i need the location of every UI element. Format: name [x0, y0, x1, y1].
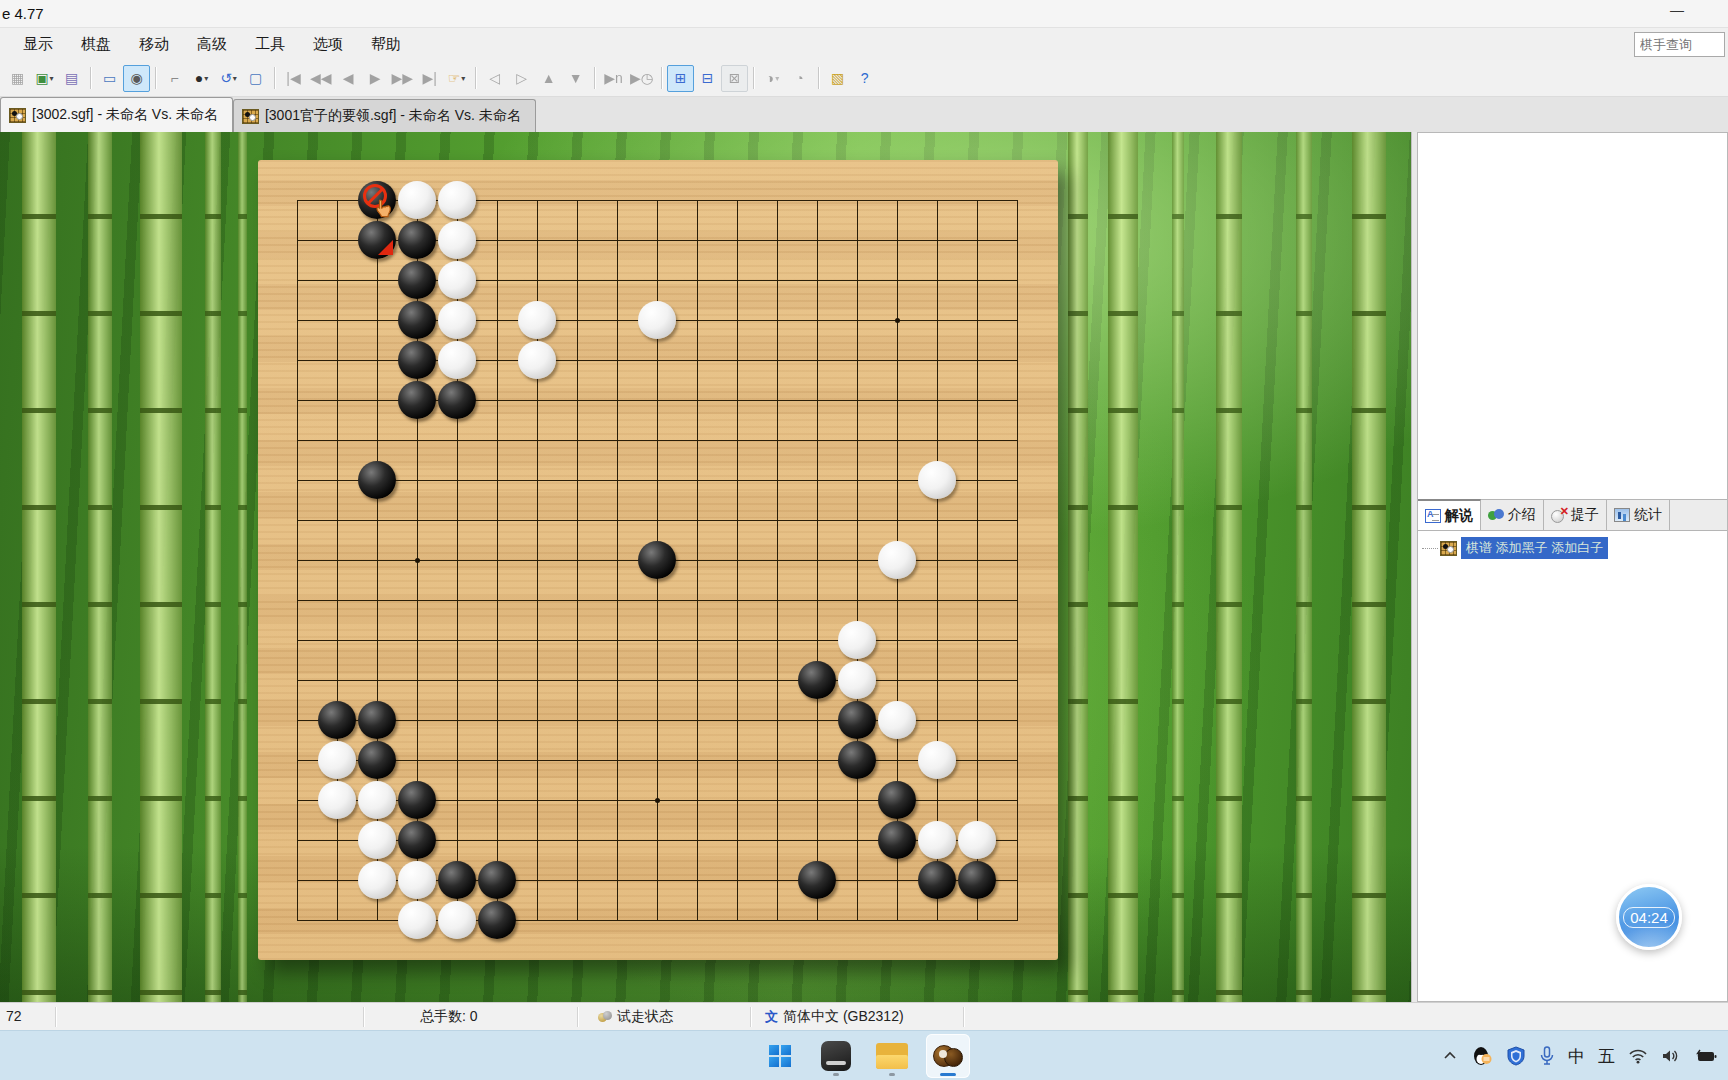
white-stone-7-5[interactable]: [518, 341, 556, 379]
white-stone-3-17[interactable]: [358, 821, 396, 859]
black-stone-18-18[interactable]: [958, 861, 996, 899]
sgf-file-icon: [9, 108, 26, 123]
menu-item-2[interactable]: 棋盘: [70, 32, 122, 57]
trial-mode-icon: [598, 1011, 612, 1023]
black-stone-6-19[interactable]: [478, 901, 516, 939]
tree-compress-icon: ⊠: [721, 65, 748, 92]
white-stone-16-10[interactable]: [878, 541, 916, 579]
variation-down-icon: ▼: [562, 65, 589, 92]
menu-item-5[interactable]: 工具: [244, 32, 296, 57]
panel-tab-doc[interactable]: 解说: [1418, 499, 1481, 530]
star-point: [415, 558, 420, 563]
status-total-moves: 总手数: 0: [420, 1008, 478, 1026]
tree-item-label: 棋谱 添加黑子 添加白子: [1461, 537, 1608, 559]
star-point: [895, 318, 900, 323]
black-stone-10-10[interactable]: [638, 541, 676, 579]
guess-mode-icon: ◑▾: [759, 65, 786, 92]
commentary-area[interactable]: [1418, 133, 1727, 499]
system-tray: 中 五: [1442, 1031, 1718, 1080]
wifi-icon[interactable]: [1628, 1048, 1648, 1064]
start-button[interactable]: [758, 1034, 802, 1078]
toolbar-separator: [274, 67, 275, 89]
white-stone-16-14[interactable]: [878, 701, 916, 739]
black-stone-3-8[interactable]: [358, 461, 396, 499]
white-stone-4-18[interactable]: [398, 861, 436, 899]
black-stone-2-14[interactable]: [318, 701, 356, 739]
nav-forward10-icon: ▶▶: [389, 65, 417, 92]
black-stone-4-2[interactable]: [398, 221, 436, 259]
ime-mode-indicator[interactable]: 五: [1598, 1045, 1615, 1068]
tray-chevron-icon[interactable]: [1442, 1048, 1458, 1064]
toolbar-separator: [155, 67, 156, 89]
panel-tab-capture[interactable]: 提子: [1544, 500, 1607, 530]
menu-item-3[interactable]: 移动: [128, 32, 180, 57]
view-mode-icon[interactable]: ▭: [96, 65, 123, 92]
black-stone-15-15[interactable]: [838, 741, 876, 779]
status-left: 72: [6, 1008, 22, 1024]
windows-logo-icon: [769, 1045, 791, 1067]
white-stone-5-4[interactable]: [438, 301, 476, 339]
branch-next-icon: ▷: [508, 65, 535, 92]
ruler-icon[interactable]: ⌐: [161, 65, 188, 92]
white-stone-10-4[interactable]: [638, 301, 676, 339]
white-stone-5-3[interactable]: [438, 261, 476, 299]
black-stone-4-17[interactable]: [398, 821, 436, 859]
board-frame-icon[interactable]: ▢: [242, 65, 269, 92]
rotate-board-icon[interactable]: ↺▾: [215, 65, 242, 92]
window-title: e 4.77: [2, 5, 44, 22]
security-shield-icon[interactable]: [1506, 1046, 1526, 1066]
black-stone-14-13[interactable]: [798, 661, 836, 699]
right-panel: 解说介绍提子统计 棋谱 添加黑子 添加白子 04:24: [1417, 132, 1728, 1002]
stats-icon: [1614, 508, 1630, 522]
white-stone-4-1[interactable]: [398, 181, 436, 219]
nav-back10-icon: ◀◀: [307, 65, 335, 92]
player-search-input[interactable]: [1634, 32, 1725, 57]
toolbar-separator: [661, 67, 662, 89]
tree-layout-icon[interactable]: ⊟: [694, 65, 721, 92]
white-stone-2-16[interactable]: [318, 781, 356, 819]
auto-play-icon: ▶◷: [627, 65, 656, 92]
save-icon[interactable]: ▣▾: [31, 65, 58, 92]
white-stone-17-17[interactable]: [918, 821, 956, 859]
menu-bar: 显示棋盘移动高级工具选项帮助: [0, 28, 1728, 60]
game-tree-panel[interactable]: 棋谱 添加黑子 添加白子: [1418, 531, 1727, 1001]
play-n-moves-icon: ▶n: [600, 65, 627, 92]
document-tab-bar: [3002.sgf] - 未命名 Vs. 未命名[3001官子的要领.sgf] …: [0, 97, 1728, 132]
black-stone-4-16[interactable]: [398, 781, 436, 819]
status-bar: 72 总手数: 0 试走状态 文 简体中文 (GB2312): [0, 1002, 1728, 1030]
app-window: e 4.77 — 显示棋盘移动高级工具选项帮助 ▦▣▾▤▭◉⌐●▾↺▾▢|◀◀◀…: [0, 0, 1728, 1080]
tree-root-item[interactable]: 棋谱 添加黑子 添加白子: [1422, 537, 1608, 559]
game-info-icon[interactable]: ▧: [824, 65, 851, 92]
black-stone-5-6[interactable]: [438, 381, 476, 419]
toolbar-separator: [818, 67, 819, 89]
menu-item-7[interactable]: 帮助: [360, 32, 412, 57]
black-stone-6-18[interactable]: [478, 861, 516, 899]
white-stone-5-19[interactable]: [438, 901, 476, 939]
taskbar-app-go-editor[interactable]: [926, 1034, 970, 1078]
speaker-icon[interactable]: [1661, 1048, 1681, 1064]
panel-tab-bar: 解说介绍提子统计: [1418, 499, 1727, 531]
taskbar-app-explorer[interactable]: [870, 1034, 914, 1078]
minimize-button[interactable]: —: [1662, 2, 1692, 18]
timer-badge[interactable]: 04:24: [1616, 884, 1682, 950]
microphone-icon[interactable]: [1539, 1046, 1555, 1066]
tree-panel-icon[interactable]: ⊞: [667, 65, 694, 92]
ime-language-indicator[interactable]: 中: [1568, 1045, 1585, 1068]
panel-tab-label: 统计: [1634, 506, 1662, 524]
toolbar-separator: [475, 67, 476, 89]
toolbar-separator: [90, 67, 91, 89]
status-mode: 试走状态: [598, 1008, 673, 1026]
black-stone-14-18[interactable]: [798, 861, 836, 899]
drive-app-icon: [821, 1041, 851, 1071]
nav-back-icon: ◀: [335, 65, 362, 92]
white-stone-5-2[interactable]: [438, 221, 476, 259]
document-tab-label: [3001官子的要领.sgf] - 未命名 Vs. 未命名: [265, 107, 521, 125]
red-triangle-marker: [378, 240, 393, 255]
timer-value: 04:24: [1623, 907, 1675, 928]
nav-last-icon: ▶|: [416, 65, 443, 92]
black-stone-16-16[interactable]: [878, 781, 916, 819]
black-stone-5-18[interactable]: [438, 861, 476, 899]
position-search-icon: ◔: [786, 65, 813, 92]
doc-icon: [1425, 509, 1441, 523]
black-stone-3-14[interactable]: [358, 701, 396, 739]
black-stone-4-5[interactable]: [398, 341, 436, 379]
export-image-icon[interactable]: ▤: [58, 65, 85, 92]
black-stone-4-6[interactable]: [398, 381, 436, 419]
language-icon: 文: [765, 1008, 778, 1026]
white-stone-5-1[interactable]: [438, 181, 476, 219]
menu-item-6[interactable]: 选项: [302, 32, 354, 57]
status-encoding: 文 简体中文 (GB2312): [765, 1008, 904, 1026]
black-stone-17-18[interactable]: [918, 861, 956, 899]
capture-icon: [1551, 508, 1567, 522]
panel-tab-stats[interactable]: 统计: [1607, 500, 1670, 530]
black-stone-4-3[interactable]: [398, 261, 436, 299]
black-stone-16-17[interactable]: [878, 821, 916, 859]
board-node-icon: [1440, 541, 1457, 556]
panel-tab-label: 介绍: [1508, 506, 1536, 524]
tree-connector: [1422, 548, 1438, 549]
hand-cursor-icon: [371, 198, 395, 224]
nav-forward-icon: ▶: [362, 65, 389, 92]
go-board[interactable]: [258, 160, 1058, 960]
white-stone-2-15[interactable]: [318, 741, 356, 779]
taskbar: 中 五: [0, 1030, 1728, 1080]
file-explorer-icon: [876, 1043, 908, 1069]
white-stone-3-16[interactable]: [358, 781, 396, 819]
white-stone-15-12[interactable]: [838, 621, 876, 659]
toolbar-separator: [753, 67, 754, 89]
panel-tab-label: 解说: [1445, 507, 1473, 525]
variation-up-icon: ▲: [535, 65, 562, 92]
title-bar: e 4.77 —: [0, 0, 1728, 28]
menu-item-4[interactable]: 高级: [186, 32, 238, 57]
menu-item-1[interactable]: 显示: [12, 32, 64, 57]
panel-tab-people[interactable]: 介绍: [1481, 500, 1544, 530]
taskbar-app-drive[interactable]: [814, 1034, 858, 1078]
qq-icon[interactable]: [1471, 1045, 1493, 1067]
black-stone-3-15[interactable]: [358, 741, 396, 779]
white-stone-5-5[interactable]: [438, 341, 476, 379]
white-stone-7-4[interactable]: [518, 301, 556, 339]
people-icon: [1488, 508, 1504, 522]
white-stone-4-19[interactable]: [398, 901, 436, 939]
go-app-icon: [932, 1042, 964, 1070]
document-tab-label: [3002.sgf] - 未命名 Vs. 未命名: [32, 106, 218, 124]
sound-icon[interactable]: ◉: [123, 65, 150, 92]
white-stone-15-13[interactable]: [838, 661, 876, 699]
black-stone-15-14[interactable]: [838, 701, 876, 739]
document-tab-1[interactable]: [3002.sgf] - 未命名 Vs. 未命名: [0, 97, 233, 132]
black-stone-4-4[interactable]: [398, 301, 436, 339]
white-stone-3-18[interactable]: [358, 861, 396, 899]
toolbar: ▦▣▾▤▭◉⌐●▾↺▾▢|◀◀◀◀▶▶▶▶|☞▾◁▷▲▼▶n▶◷⊞⊟⊠◑▾◔▧?: [0, 60, 1728, 97]
main-area: 解说介绍提子统计 棋谱 添加黑子 添加白子 04:24: [0, 132, 1728, 1002]
goto-move-icon[interactable]: ☞▾: [443, 65, 470, 92]
document-tab-2[interactable]: [3001官子的要领.sgf] - 未命名 Vs. 未命名: [233, 99, 536, 132]
star-point: [655, 798, 660, 803]
board-setup-icon: ▦: [4, 65, 31, 92]
battery-icon[interactable]: [1694, 1048, 1718, 1064]
panel-tab-label: 提子: [1571, 506, 1599, 524]
next-color-icon[interactable]: ●▾: [188, 65, 215, 92]
white-stone-17-8[interactable]: [918, 461, 956, 499]
white-stone-17-15[interactable]: [918, 741, 956, 779]
branch-prev-icon: ◁: [481, 65, 508, 92]
help-icon[interactable]: ?: [851, 65, 878, 92]
sgf-file-icon: [242, 109, 259, 124]
toolbar-separator: [594, 67, 595, 89]
nav-first-icon: |◀: [280, 65, 307, 92]
white-stone-18-17[interactable]: [958, 821, 996, 859]
